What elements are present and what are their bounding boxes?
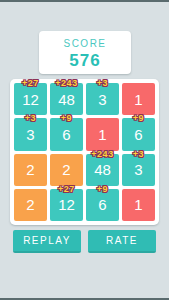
tile-value: 12 [22,92,39,107]
tile-value: 6 [98,197,106,212]
bonus-score-badge: +3 [133,148,144,158]
bonus-score-badge: +243 [91,148,113,158]
tile-value: 1 [134,197,142,212]
score-value: 576 [39,51,131,71]
tile-value: 2 [26,162,34,177]
rate-button[interactable]: RATE [88,230,156,253]
bonus-score-badge: +9 [97,183,108,193]
tile-value: 3 [98,92,106,107]
tile-3[interactable]: 3+3 [86,83,119,115]
tile-value: 1 [134,92,142,107]
tile-value: 12 [58,197,75,212]
bonus-score-badge: +9 [61,113,72,123]
tile-6[interactable]: 6+9 [86,189,119,221]
tile-value: 1 [98,127,106,142]
tile-value: 6 [62,127,70,142]
tile-12[interactable]: 12+27 [14,83,47,115]
score-label: SCORE [39,38,131,49]
tile-1[interactable]: 1 [122,189,155,221]
tile-48[interactable]: 48+243 [50,83,83,115]
tile-value: 48 [94,162,111,177]
tile-1[interactable]: 1 [86,118,119,150]
tile-3[interactable]: 3+3 [122,154,155,186]
tile-value: 2 [26,197,34,212]
bonus-score-badge: +3 [97,78,108,88]
tile-6[interactable]: 6+9 [122,118,155,150]
bonus-score-badge: +3 [25,113,36,123]
bonus-score-badge: +243 [55,78,77,88]
tile-48[interactable]: 48+243 [86,154,119,186]
tile-6[interactable]: 6+9 [50,118,83,150]
bonus-score-badge: +9 [133,113,144,123]
tile-value: 3 [26,127,34,142]
tile-2[interactable]: 2 [50,154,83,186]
tile-value: 48 [58,92,75,107]
tile-value: 2 [62,162,70,177]
tile-2[interactable]: 2 [14,189,47,221]
bonus-score-badge: +27 [58,183,75,193]
replay-button[interactable]: REPLAY [13,230,81,253]
tile-1[interactable]: 1 [122,83,155,115]
bonus-score-badge: +27 [22,78,39,88]
game-board: 12+2748+2433+313+36+916+92248+2433+3212+… [10,79,159,225]
score-card: SCORE 576 [39,31,131,74]
tile-2[interactable]: 2 [14,154,47,186]
tile-12[interactable]: 12+27 [50,189,83,221]
game-screen: SCORE 576 12+2748+2433+313+36+916+92248+… [0,0,169,300]
tile-value: 3 [134,162,142,177]
tile-3[interactable]: 3+3 [14,118,47,150]
top-frame-bar [0,0,169,2]
tile-value: 6 [134,127,142,142]
